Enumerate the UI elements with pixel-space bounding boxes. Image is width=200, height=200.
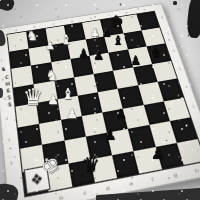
piece-white-bishop-c4: ♝ xyxy=(61,87,74,102)
piece-black-king-f8: ♚ xyxy=(108,14,123,31)
piece-white-queen-a4: ♛ xyxy=(23,86,44,109)
piece-black-pawn-f4: ♟ xyxy=(115,107,128,121)
piece-white-pawn-b4: ♟ xyxy=(47,93,59,106)
piece-white-pawn-b7: ♟ xyxy=(45,40,55,51)
piece-white-knight-a8: ♞ xyxy=(26,29,38,42)
piece-black-pawn-f7: ♟ xyxy=(102,28,112,39)
piece-black-pawn-g5: ♟ xyxy=(131,55,142,67)
piece-black-pawn-e2: ♟ xyxy=(103,128,116,143)
piece-white-pawn-e7: ♟ xyxy=(90,27,100,38)
photo-dust-specks xyxy=(0,0,1,1)
piece-white-pawn-c3: ♟ xyxy=(66,107,78,120)
piece-black-pawn-e6: ♟ xyxy=(94,50,105,62)
piece-black-pawn-g2: ♟ xyxy=(151,147,164,162)
photo-smudge xyxy=(173,1,177,5)
piece-black-queen-d1: ♛ xyxy=(82,155,100,175)
piece-black-pawn-d6: ♟ xyxy=(79,48,90,60)
piece-white-knight-b5: ♞ xyxy=(46,68,59,82)
piece-black-bishop-g7: ♝ xyxy=(112,34,124,47)
piece-black-knight-h5: ♞ xyxy=(149,46,162,61)
piece-white-bishop-c8: ♝ xyxy=(60,33,72,46)
pieces-layer: ♞♟♝♟♞♛♟♝♟♚♚♟♝♟♟♞♟♟♟♟♛ xyxy=(0,0,200,200)
chess-photo: abcdefgh abcdefgh 87654321 87654321 ♞ CH… xyxy=(0,0,200,200)
piece-white-king-c1: ♚ xyxy=(37,152,64,180)
